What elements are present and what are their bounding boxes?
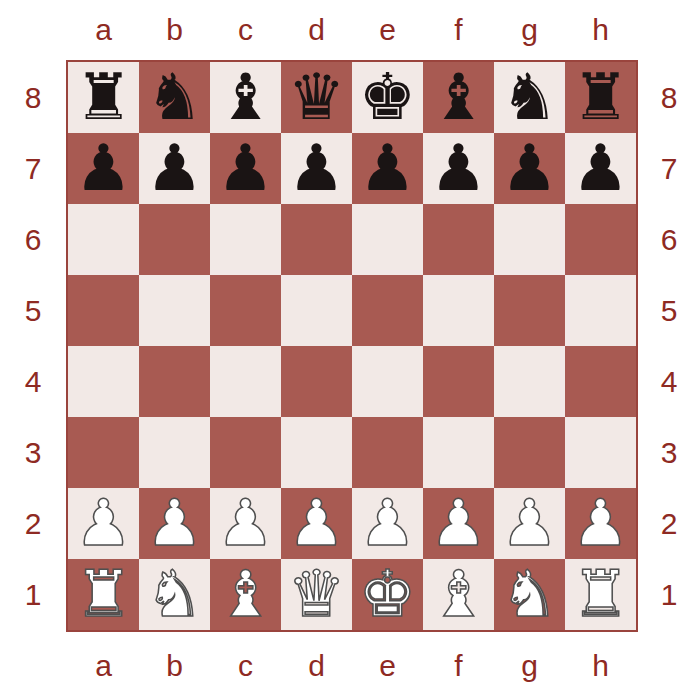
piece-white-knight[interactable]: ♞ (501, 559, 558, 630)
square-e6[interactable] (352, 204, 423, 275)
piece-black-pawn[interactable]: ♟ (359, 133, 416, 204)
square-d4[interactable] (281, 346, 352, 417)
square-b6[interactable] (139, 204, 210, 275)
piece-black-rook[interactable]: ♜ (75, 62, 132, 133)
square-g3[interactable] (494, 417, 565, 488)
rank-label-4-right: 4 (638, 346, 700, 417)
square-d8[interactable]: ♛ (281, 62, 352, 133)
piece-white-bishop[interactable]: ♝ (217, 559, 274, 630)
rank-labels-right: 87654321 (638, 60, 700, 632)
square-g2[interactable]: ♟ (494, 488, 565, 559)
piece-black-queen[interactable]: ♛ (288, 62, 345, 133)
rank-label-5-left: 5 (0, 275, 66, 346)
square-e5[interactable] (352, 275, 423, 346)
square-b2[interactable]: ♟ (139, 488, 210, 559)
piece-white-pawn[interactable]: ♟ (146, 488, 203, 559)
corner-top-right (638, 0, 700, 60)
square-a1[interactable]: ♜ (68, 559, 139, 630)
file-label-d-top: d (281, 15, 352, 45)
square-a8[interactable]: ♜ (68, 62, 139, 133)
square-f4[interactable] (423, 346, 494, 417)
square-a7[interactable]: ♟ (68, 133, 139, 204)
square-b1[interactable]: ♞ (139, 559, 210, 630)
piece-black-bishop[interactable]: ♝ (430, 62, 487, 133)
square-g1[interactable]: ♞ (494, 559, 565, 630)
square-c8[interactable]: ♝ (210, 62, 281, 133)
rank-label-3-right: 3 (638, 417, 700, 488)
piece-white-pawn[interactable]: ♟ (75, 488, 132, 559)
square-a5[interactable] (68, 275, 139, 346)
square-e3[interactable] (352, 417, 423, 488)
piece-white-pawn[interactable]: ♟ (217, 488, 274, 559)
piece-black-pawn[interactable]: ♟ (430, 133, 487, 204)
square-d5[interactable] (281, 275, 352, 346)
rank-label-4-left: 4 (0, 346, 66, 417)
rank-label-5-right: 5 (638, 275, 700, 346)
square-e1[interactable]: ♚ (352, 559, 423, 630)
square-f1[interactable]: ♝ (423, 559, 494, 630)
square-f6[interactable] (423, 204, 494, 275)
file-label-h-top: h (565, 15, 636, 45)
piece-black-pawn[interactable]: ♟ (217, 133, 274, 204)
square-g4[interactable] (494, 346, 565, 417)
square-c4[interactable] (210, 346, 281, 417)
square-c3[interactable] (210, 417, 281, 488)
file-label-a-bottom: a (68, 651, 139, 681)
square-b8[interactable]: ♞ (139, 62, 210, 133)
piece-black-pawn[interactable]: ♟ (146, 133, 203, 204)
square-e8[interactable]: ♚ (352, 62, 423, 133)
square-d1[interactable]: ♛ (281, 559, 352, 630)
file-label-h-bottom: h (565, 651, 636, 681)
file-label-b-bottom: b (139, 651, 210, 681)
rank-label-8-left: 8 (0, 62, 66, 133)
rank-label-1-right: 1 (638, 559, 700, 630)
square-f8[interactable]: ♝ (423, 62, 494, 133)
square-a2[interactable]: ♟ (68, 488, 139, 559)
square-c2[interactable]: ♟ (210, 488, 281, 559)
square-d7[interactable]: ♟ (281, 133, 352, 204)
piece-black-pawn[interactable]: ♟ (501, 133, 558, 204)
file-label-e-top: e (352, 15, 423, 45)
square-h4[interactable] (565, 346, 636, 417)
piece-black-pawn[interactable]: ♟ (288, 133, 345, 204)
rank-label-6-left: 6 (0, 204, 66, 275)
piece-white-pawn[interactable]: ♟ (501, 488, 558, 559)
square-c7[interactable]: ♟ (210, 133, 281, 204)
square-e4[interactable] (352, 346, 423, 417)
square-b3[interactable] (139, 417, 210, 488)
file-label-c-top: c (210, 15, 281, 45)
square-g8[interactable]: ♞ (494, 62, 565, 133)
square-b5[interactable] (139, 275, 210, 346)
file-label-g-bottom: g (494, 651, 565, 681)
piece-white-pawn[interactable]: ♟ (430, 488, 487, 559)
square-b7[interactable]: ♟ (139, 133, 210, 204)
square-h1[interactable]: ♜ (565, 559, 636, 630)
square-h6[interactable] (565, 204, 636, 275)
square-c1[interactable]: ♝ (210, 559, 281, 630)
square-h3[interactable] (565, 417, 636, 488)
rank-label-8-right: 8 (638, 62, 700, 133)
piece-black-knight[interactable]: ♞ (146, 62, 203, 133)
corner-bottom-right (638, 632, 700, 700)
piece-black-bishop[interactable]: ♝ (217, 62, 274, 133)
piece-white-rook[interactable]: ♜ (572, 559, 629, 630)
file-label-a-top: a (68, 15, 139, 45)
square-f3[interactable] (423, 417, 494, 488)
piece-black-pawn[interactable]: ♟ (75, 133, 132, 204)
rank-label-3-left: 3 (0, 417, 66, 488)
square-h2[interactable]: ♟ (565, 488, 636, 559)
file-label-f-bottom: f (423, 651, 494, 681)
rank-label-2-left: 2 (0, 488, 66, 559)
square-d3[interactable] (281, 417, 352, 488)
piece-black-rook[interactable]: ♜ (572, 62, 629, 133)
corner-bottom-left (0, 632, 66, 700)
square-a6[interactable] (68, 204, 139, 275)
square-c6[interactable] (210, 204, 281, 275)
file-labels-bottom: abcdefgh (66, 632, 638, 700)
square-e2[interactable]: ♟ (352, 488, 423, 559)
piece-black-king[interactable]: ♚ (359, 62, 416, 133)
square-a4[interactable] (68, 346, 139, 417)
square-h8[interactable]: ♜ (565, 62, 636, 133)
square-h5[interactable] (565, 275, 636, 346)
file-labels-top: abcdefgh (66, 0, 638, 60)
square-f5[interactable] (423, 275, 494, 346)
square-g7[interactable]: ♟ (494, 133, 565, 204)
square-a3[interactable] (68, 417, 139, 488)
rank-label-6-right: 6 (638, 204, 700, 275)
piece-white-bishop[interactable]: ♝ (430, 559, 487, 630)
chess-board: ♜♞♝♛♚♝♞♜♟♟♟♟♟♟♟♟♟♟♟♟♟♟♟♟♜♞♝♛♚♝♞♜ (66, 60, 638, 632)
file-label-e-bottom: e (352, 651, 423, 681)
square-f7[interactable]: ♟ (423, 133, 494, 204)
file-label-d-bottom: d (281, 651, 352, 681)
file-label-c-bottom: c (210, 651, 281, 681)
square-d2[interactable]: ♟ (281, 488, 352, 559)
corner-top-left (0, 0, 66, 60)
piece-white-king[interactable]: ♚ (359, 559, 416, 630)
piece-white-rook[interactable]: ♜ (75, 559, 132, 630)
chess-board-page: abcdefgh 87654321 ♜♞♝♛♚♝♞♜♟♟♟♟♟♟♟♟♟♟♟♟♟♟… (0, 0, 700, 700)
piece-white-knight[interactable]: ♞ (146, 559, 203, 630)
square-h7[interactable]: ♟ (565, 133, 636, 204)
square-g6[interactable] (494, 204, 565, 275)
piece-white-pawn[interactable]: ♟ (288, 488, 345, 559)
file-label-f-top: f (423, 15, 494, 45)
rank-labels-left: 87654321 (0, 60, 66, 632)
square-b4[interactable] (139, 346, 210, 417)
piece-black-knight[interactable]: ♞ (501, 62, 558, 133)
rank-label-2-right: 2 (638, 488, 700, 559)
file-label-g-top: g (494, 15, 565, 45)
rank-label-1-left: 1 (0, 559, 66, 630)
piece-white-pawn[interactable]: ♟ (572, 488, 629, 559)
square-e7[interactable]: ♟ (352, 133, 423, 204)
piece-black-pawn[interactable]: ♟ (572, 133, 629, 204)
square-f2[interactable]: ♟ (423, 488, 494, 559)
rank-label-7-right: 7 (638, 133, 700, 204)
square-c5[interactable] (210, 275, 281, 346)
rank-label-7-left: 7 (0, 133, 66, 204)
file-label-b-top: b (139, 15, 210, 45)
square-d6[interactable] (281, 204, 352, 275)
piece-white-queen[interactable]: ♛ (288, 559, 345, 630)
piece-white-pawn[interactable]: ♟ (359, 488, 416, 559)
square-g5[interactable] (494, 275, 565, 346)
